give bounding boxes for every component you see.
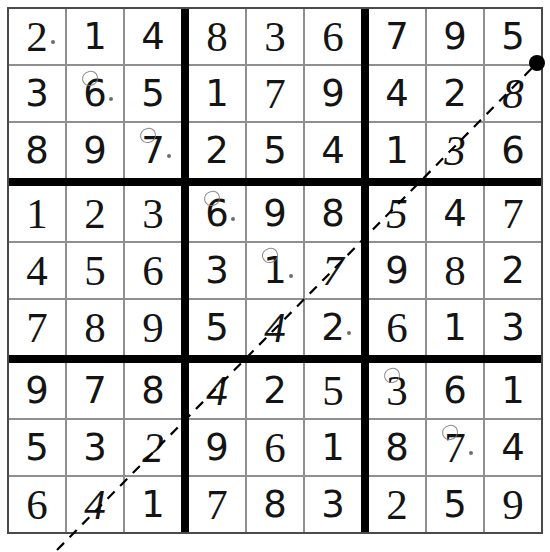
cell-r9c1[interactable]: 6 bbox=[9, 477, 65, 532]
pencil-circle-mark bbox=[441, 424, 460, 442]
pencil-dot-mark bbox=[347, 331, 351, 335]
cell-r2c6[interactable]: 9 bbox=[305, 66, 361, 121]
cell-r4c9[interactable]: 7 bbox=[485, 186, 541, 241]
cell-r2c3[interactable]: 5 bbox=[125, 66, 181, 121]
cell-r7c2[interactable]: 7 bbox=[67, 363, 123, 418]
cell-r3c3[interactable]: 7 bbox=[125, 123, 181, 178]
cell-r5c5[interactable]: 1 bbox=[247, 243, 303, 298]
cell-r4c4[interactable]: 6 bbox=[189, 186, 245, 241]
cell-r5c2[interactable]: 5 bbox=[67, 243, 123, 298]
cell-r7c7[interactable]: 3 bbox=[369, 363, 425, 418]
cell-r9c4[interactable]: 7 bbox=[189, 477, 245, 532]
pencil-dot-mark bbox=[469, 451, 473, 455]
cell-r1c1[interactable]: 2 bbox=[9, 9, 65, 64]
box-separator-horizontal-2 bbox=[9, 355, 541, 363]
cell-r6c5[interactable]: 4 bbox=[247, 300, 303, 355]
cell-r6c4[interactable]: 5 bbox=[189, 300, 245, 355]
cell-r8c2[interactable]: 3 bbox=[67, 420, 123, 475]
cell-r7c5[interactable]: 2 bbox=[247, 363, 303, 418]
cell-r1c3[interactable]: 4 bbox=[125, 9, 181, 64]
cell-r8c5[interactable]: 6 bbox=[247, 420, 303, 475]
cell-r7c3[interactable]: 8 bbox=[125, 363, 181, 418]
cell-r8c4[interactable]: 9 bbox=[189, 420, 245, 475]
cell-r6c2[interactable]: 8 bbox=[67, 300, 123, 355]
pencil-circle-mark bbox=[383, 367, 402, 385]
cell-r4c1[interactable]: 1 bbox=[9, 186, 65, 241]
cell-r2c8[interactable]: 2 bbox=[427, 66, 483, 121]
cell-r6c8[interactable]: 1 bbox=[427, 300, 483, 355]
cell-r5c8[interactable]: 8 bbox=[427, 243, 483, 298]
cell-r9c2[interactable]: 4 bbox=[67, 477, 123, 532]
box-separator-horizontal-1 bbox=[9, 178, 541, 186]
cell-r5c6[interactable]: 7 bbox=[305, 243, 361, 298]
pencil-circle-mark bbox=[139, 127, 158, 145]
cell-r3c2[interactable]: 9 bbox=[67, 123, 123, 178]
cell-r3c1[interactable]: 8 bbox=[9, 123, 65, 178]
pencil-circle-mark bbox=[261, 247, 280, 265]
cell-r4c5[interactable]: 9 bbox=[247, 186, 303, 241]
cell-r1c8[interactable]: 9 bbox=[427, 9, 483, 64]
cell-r6c3[interactable]: 9 bbox=[125, 300, 181, 355]
cell-r1c9[interactable]: 5 bbox=[485, 9, 541, 64]
cell-r7c8[interactable]: 6 bbox=[427, 363, 483, 418]
cell-r4c7[interactable]: 5 bbox=[369, 186, 425, 241]
cell-r9c7[interactable]: 2 bbox=[369, 477, 425, 532]
cell-r1c7[interactable]: 7 bbox=[369, 9, 425, 64]
cell-r1c2[interactable]: 1 bbox=[67, 9, 123, 64]
pencil-circle-mark bbox=[81, 70, 100, 88]
pencil-dot-mark bbox=[289, 274, 293, 278]
cell-r2c7[interactable]: 4 bbox=[369, 66, 425, 121]
cell-r6c9[interactable]: 3 bbox=[485, 300, 541, 355]
cell-r8c8[interactable]: 7 bbox=[427, 420, 483, 475]
cell-r5c9[interactable]: 2 bbox=[485, 243, 541, 298]
cell-r7c4[interactable]: 4 bbox=[189, 363, 245, 418]
cell-r6c6[interactable]: 2 bbox=[305, 300, 361, 355]
box-separator-vertical-1 bbox=[181, 9, 189, 532]
cell-r2c5[interactable]: 7 bbox=[247, 66, 303, 121]
cell-r9c3[interactable]: 1 bbox=[125, 477, 181, 532]
cell-r1c5[interactable]: 3 bbox=[247, 9, 303, 64]
cell-r3c8[interactable]: 3 bbox=[427, 123, 483, 178]
cell-r4c3[interactable]: 3 bbox=[125, 186, 181, 241]
sudoku-board: 2148367953651794288972541361236985474563… bbox=[7, 7, 543, 534]
cell-r5c7[interactable]: 9 bbox=[369, 243, 425, 298]
cell-r5c1[interactable]: 4 bbox=[9, 243, 65, 298]
cell-r3c5[interactable]: 5 bbox=[247, 123, 303, 178]
cell-r9c8[interactable]: 5 bbox=[427, 477, 483, 532]
cell-r3c4[interactable]: 2 bbox=[189, 123, 245, 178]
cell-r1c4[interactable]: 8 bbox=[189, 9, 245, 64]
cell-r8c9[interactable]: 4 bbox=[485, 420, 541, 475]
cell-r8c6[interactable]: 1 bbox=[305, 420, 361, 475]
cell-r6c7[interactable]: 6 bbox=[369, 300, 425, 355]
cell-r2c9[interactable]: 8 bbox=[485, 66, 541, 121]
cell-r3c7[interactable]: 1 bbox=[369, 123, 425, 178]
cell-r4c6[interactable]: 8 bbox=[305, 186, 361, 241]
cell-r9c6[interactable]: 3 bbox=[305, 477, 361, 532]
cell-r9c9[interactable]: 9 bbox=[485, 477, 541, 532]
cell-r4c2[interactable]: 2 bbox=[67, 186, 123, 241]
pencil-dot-mark bbox=[167, 154, 171, 158]
cell-r2c2[interactable]: 6 bbox=[67, 66, 123, 121]
cell-r9c5[interactable]: 8 bbox=[247, 477, 303, 532]
pencil-dot-mark bbox=[51, 40, 55, 44]
cell-r3c6[interactable]: 4 bbox=[305, 123, 361, 178]
cell-r8c7[interactable]: 8 bbox=[369, 420, 425, 475]
cell-r6c1[interactable]: 7 bbox=[9, 300, 65, 355]
cell-r4c8[interactable]: 4 bbox=[427, 186, 483, 241]
cell-r2c1[interactable]: 3 bbox=[9, 66, 65, 121]
cell-r7c9[interactable]: 1 bbox=[485, 363, 541, 418]
cell-r1c6[interactable]: 6 bbox=[305, 9, 361, 64]
cell-r8c3[interactable]: 2 bbox=[125, 420, 181, 475]
cell-r2c4[interactable]: 1 bbox=[189, 66, 245, 121]
cell-r8c1[interactable]: 5 bbox=[9, 420, 65, 475]
cell-r7c6[interactable]: 5 bbox=[305, 363, 361, 418]
box-separator-vertical-2 bbox=[361, 9, 369, 532]
cell-r3c9[interactable]: 6 bbox=[485, 123, 541, 178]
cell-r5c3[interactable]: 6 bbox=[125, 243, 181, 298]
pencil-dot-mark bbox=[231, 217, 235, 221]
pencil-circle-mark bbox=[203, 190, 222, 208]
cell-r7c1[interactable]: 9 bbox=[9, 363, 65, 418]
pencil-dot-mark bbox=[109, 97, 113, 101]
cell-r5c4[interactable]: 3 bbox=[189, 243, 245, 298]
